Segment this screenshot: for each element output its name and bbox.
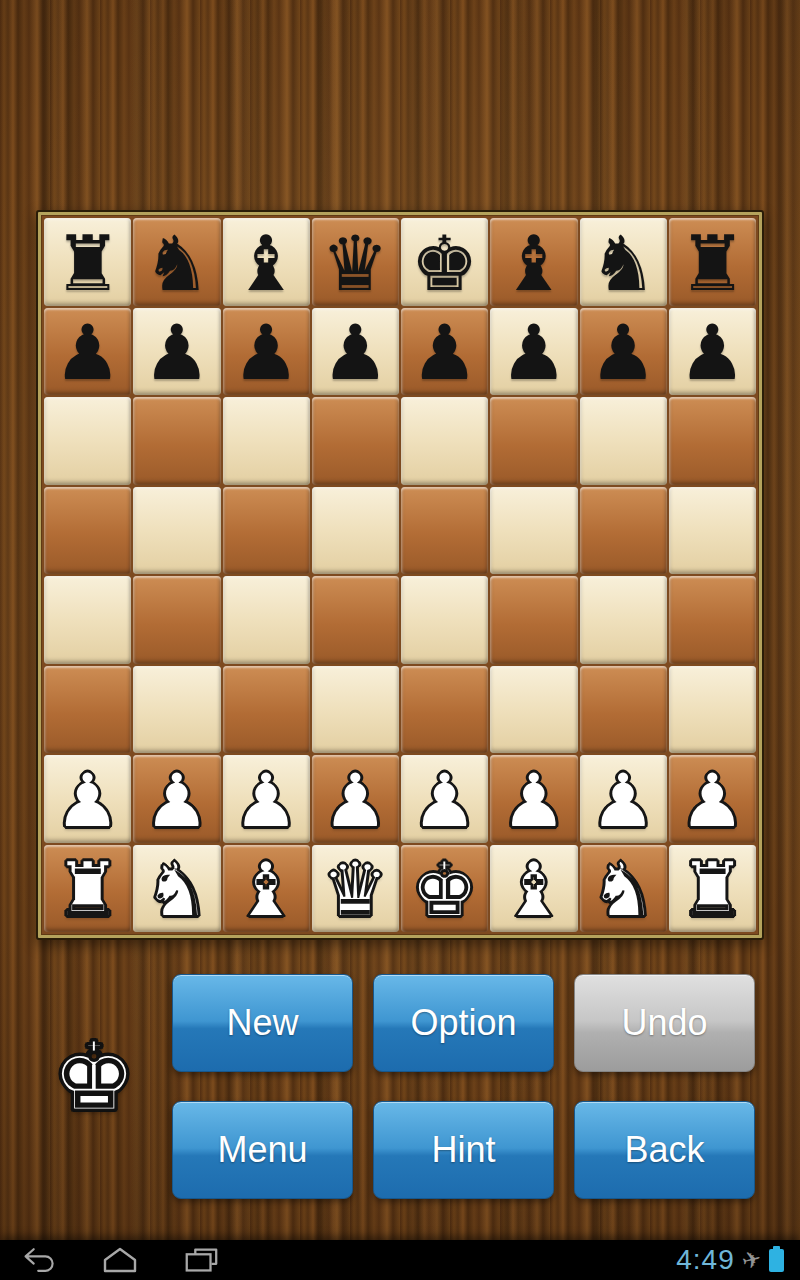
square-f2[interactable]: ♟︎ <box>490 755 577 843</box>
square-h1[interactable]: ♜︎ <box>669 845 756 933</box>
square-f5[interactable] <box>490 487 577 575</box>
undo-button[interactable]: Undo <box>574 974 755 1072</box>
piece-black-pawn: ♟︎ <box>321 315 389 391</box>
square-c3[interactable] <box>223 666 310 754</box>
square-d6[interactable] <box>312 397 399 485</box>
square-d2[interactable]: ♟︎ <box>312 755 399 843</box>
chess-board[interactable]: ♜︎♞︎♝︎♛︎♚︎♝︎♞︎♜︎♟︎♟︎♟︎♟︎♟︎♟︎♟︎♟︎♟︎♟︎♟︎♟︎… <box>41 215 759 935</box>
piece-black-king: ♚︎ <box>411 226 479 302</box>
square-c7[interactable]: ♟︎ <box>223 308 310 396</box>
piece-white-pawn: ♟︎ <box>500 763 568 839</box>
square-c1[interactable]: ♝︎ <box>223 845 310 933</box>
option-button[interactable]: Option <box>373 974 554 1072</box>
square-e3[interactable] <box>401 666 488 754</box>
airplane-mode-icon: ✈ <box>737 1238 765 1280</box>
square-g2[interactable]: ♟︎ <box>580 755 667 843</box>
square-c4[interactable] <box>223 576 310 664</box>
square-e4[interactable] <box>401 576 488 664</box>
square-b8[interactable]: ♞︎ <box>133 218 220 306</box>
piece-white-rook: ♜︎ <box>54 852 122 928</box>
piece-black-rook: ♜︎ <box>54 226 122 302</box>
square-g3[interactable] <box>580 666 667 754</box>
square-b3[interactable] <box>133 666 220 754</box>
square-h4[interactable] <box>669 576 756 664</box>
square-d4[interactable] <box>312 576 399 664</box>
piece-black-pawn: ♟︎ <box>232 315 300 391</box>
nav-recents-icon[interactable] <box>182 1246 220 1274</box>
square-h5[interactable] <box>669 487 756 575</box>
square-a7[interactable]: ♟︎ <box>44 308 131 396</box>
hint-button[interactable]: Hint <box>373 1101 554 1199</box>
piece-white-pawn: ♟︎ <box>232 763 300 839</box>
piece-black-pawn: ♟︎ <box>589 315 657 391</box>
square-a5[interactable] <box>44 487 131 575</box>
battery-icon <box>769 1249 784 1272</box>
square-a4[interactable] <box>44 576 131 664</box>
square-d8[interactable]: ♛︎ <box>312 218 399 306</box>
square-h6[interactable] <box>669 397 756 485</box>
piece-black-pawn: ♟︎ <box>143 315 211 391</box>
piece-white-bishop: ♝︎ <box>232 852 300 928</box>
piece-black-pawn: ♟︎ <box>678 315 746 391</box>
piece-black-knight: ♞︎ <box>589 226 657 302</box>
square-a8[interactable]: ♜︎ <box>44 218 131 306</box>
square-b4[interactable] <box>133 576 220 664</box>
piece-white-rook: ♜︎ <box>678 852 746 928</box>
square-d1[interactable]: ♛︎ <box>312 845 399 933</box>
square-e2[interactable]: ♟︎ <box>401 755 488 843</box>
square-b6[interactable] <box>133 397 220 485</box>
piece-white-pawn: ♟︎ <box>678 763 746 839</box>
piece-white-pawn: ♟︎ <box>54 763 122 839</box>
square-d5[interactable] <box>312 487 399 575</box>
square-b7[interactable]: ♟︎ <box>133 308 220 396</box>
square-a3[interactable] <box>44 666 131 754</box>
piece-black-knight: ♞︎ <box>143 226 211 302</box>
piece-black-queen: ♛︎ <box>321 226 389 302</box>
square-g7[interactable]: ♟︎ <box>580 308 667 396</box>
piece-black-bishop: ♝︎ <box>232 226 300 302</box>
square-h7[interactable]: ♟︎ <box>669 308 756 396</box>
piece-white-knight: ♞︎ <box>143 852 211 928</box>
square-g5[interactable] <box>580 487 667 575</box>
square-c2[interactable]: ♟︎ <box>223 755 310 843</box>
back-button[interactable]: Back <box>574 1101 755 1199</box>
android-nav-bar: 4:49 ✈ <box>0 1240 800 1280</box>
square-c8[interactable]: ♝︎ <box>223 218 310 306</box>
piece-black-pawn: ♟︎ <box>411 315 479 391</box>
square-d7[interactable]: ♟︎ <box>312 308 399 396</box>
nav-back-icon[interactable] <box>22 1246 58 1274</box>
screen: ♜︎♞︎♝︎♛︎♚︎♝︎♞︎♜︎♟︎♟︎♟︎♟︎♟︎♟︎♟︎♟︎♟︎♟︎♟︎♟︎… <box>0 0 800 1280</box>
piece-white-bishop: ♝︎ <box>500 852 568 928</box>
square-e7[interactable]: ♟︎ <box>401 308 488 396</box>
piece-white-pawn: ♟︎ <box>411 763 479 839</box>
square-d3[interactable] <box>312 666 399 754</box>
square-f1[interactable]: ♝︎ <box>490 845 577 933</box>
square-g1[interactable]: ♞︎ <box>580 845 667 933</box>
new-button[interactable]: New <box>172 974 353 1072</box>
nav-home-icon[interactable] <box>100 1246 140 1274</box>
square-h3[interactable] <box>669 666 756 754</box>
piece-black-bishop: ♝︎ <box>500 226 568 302</box>
piece-white-knight: ♞︎ <box>589 852 657 928</box>
square-a2[interactable]: ♟︎ <box>44 755 131 843</box>
square-g4[interactable] <box>580 576 667 664</box>
square-c6[interactable] <box>223 397 310 485</box>
square-e6[interactable] <box>401 397 488 485</box>
square-f3[interactable] <box>490 666 577 754</box>
piece-white-queen: ♛︎ <box>321 852 389 928</box>
square-b2[interactable]: ♟︎ <box>133 755 220 843</box>
piece-white-pawn: ♟︎ <box>589 763 657 839</box>
square-e1[interactable]: ♚︎ <box>401 845 488 933</box>
chess-board-frame: ♜︎♞︎♝︎♛︎♚︎♝︎♞︎♜︎♟︎♟︎♟︎♟︎♟︎♟︎♟︎♟︎♟︎♟︎♟︎♟︎… <box>36 210 764 940</box>
status-clock: 4:49 <box>676 1240 735 1280</box>
piece-black-rook: ♜︎ <box>678 226 746 302</box>
square-b5[interactable] <box>133 487 220 575</box>
square-e5[interactable] <box>401 487 488 575</box>
piece-white-pawn: ♟︎ <box>321 763 389 839</box>
piece-black-pawn: ♟︎ <box>54 315 122 391</box>
square-h8[interactable]: ♜︎ <box>669 218 756 306</box>
square-c5[interactable] <box>223 487 310 575</box>
menu-button[interactable]: Menu <box>172 1101 353 1199</box>
square-b1[interactable]: ♞︎ <box>133 845 220 933</box>
piece-white-pawn: ♟︎ <box>143 763 211 839</box>
square-a1[interactable]: ♜︎ <box>44 845 131 933</box>
square-g8[interactable]: ♞︎ <box>580 218 667 306</box>
control-buttons: New Option Undo Menu Hint Back <box>172 974 755 1199</box>
square-e8[interactable]: ♚︎ <box>401 218 488 306</box>
turn-indicator-white-king: ♚ <box>44 1022 144 1132</box>
square-f7[interactable]: ♟︎ <box>490 308 577 396</box>
square-f8[interactable]: ♝︎ <box>490 218 577 306</box>
piece-white-king: ♚︎ <box>411 852 479 928</box>
square-a6[interactable] <box>44 397 131 485</box>
piece-black-pawn: ♟︎ <box>500 315 568 391</box>
square-f6[interactable] <box>490 397 577 485</box>
square-g6[interactable] <box>580 397 667 485</box>
square-f4[interactable] <box>490 576 577 664</box>
square-h2[interactable]: ♟︎ <box>669 755 756 843</box>
